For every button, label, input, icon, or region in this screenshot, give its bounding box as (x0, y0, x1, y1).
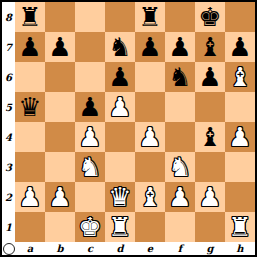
square-h2 (225, 182, 255, 212)
square-h7: ♟ (225, 32, 255, 62)
square-e1 (135, 212, 165, 242)
square-f1 (165, 212, 195, 242)
square-b5 (45, 92, 75, 122)
square-b6 (45, 62, 75, 92)
square-c3: ♞ (75, 152, 105, 182)
piece-white-pawn: ♟ (108, 92, 131, 122)
piece-black-pawn: ♟ (198, 62, 221, 92)
square-a7: ♟ (15, 32, 45, 62)
square-a5: ♛ (15, 92, 45, 122)
file-label-f: f (165, 242, 195, 255)
rank-label-5: 5 (2, 92, 15, 122)
piece-white-rook: ♜ (228, 212, 251, 242)
file-label-c: c (75, 242, 105, 255)
piece-white-pawn: ♟ (18, 182, 41, 212)
square-h5 (225, 92, 255, 122)
piece-white-king: ♚ (78, 212, 101, 242)
rank-label-1: 1 (2, 212, 15, 242)
square-b7: ♟ (45, 32, 75, 62)
piece-black-knight: ♞ (168, 62, 191, 92)
rank-label-3: 3 (2, 152, 15, 182)
piece-black-pawn: ♟ (228, 32, 251, 62)
piece-black-pawn: ♟ (48, 32, 71, 62)
square-a6 (15, 62, 45, 92)
piece-white-queen: ♛ (108, 182, 131, 212)
square-f5 (165, 92, 195, 122)
piece-white-knight: ♞ (168, 152, 191, 182)
square-b4 (45, 122, 75, 152)
square-h8 (225, 2, 255, 32)
white-to-move-circle-icon (3, 243, 15, 255)
square-d5: ♟ (105, 92, 135, 122)
square-d3 (105, 152, 135, 182)
square-b2: ♟ (45, 182, 75, 212)
piece-white-bishop: ♝ (138, 182, 161, 212)
file-label-h: h (225, 242, 255, 255)
square-g5 (195, 92, 225, 122)
piece-black-queen: ♛ (18, 92, 41, 122)
side-to-move-indicator (2, 242, 15, 255)
rank-label-7: 7 (2, 32, 15, 62)
square-e4: ♟ (135, 122, 165, 152)
square-e6 (135, 62, 165, 92)
square-g3 (195, 152, 225, 182)
square-b1 (45, 212, 75, 242)
square-e3 (135, 152, 165, 182)
piece-black-rook: ♜ (138, 2, 161, 32)
square-e8: ♜ (135, 2, 165, 32)
square-a1 (15, 212, 45, 242)
square-d8 (105, 2, 135, 32)
rank-label-8: 8 (2, 2, 15, 32)
rank-label-4: 4 (2, 122, 15, 152)
piece-white-pawn: ♟ (138, 122, 161, 152)
square-g6: ♟ (195, 62, 225, 92)
square-a2: ♟ (15, 182, 45, 212)
piece-white-pawn: ♟ (228, 122, 251, 152)
square-d1: ♜ (105, 212, 135, 242)
file-label-b: b (45, 242, 75, 255)
piece-black-rook: ♜ (18, 2, 41, 32)
piece-black-bishop: ♝ (198, 32, 221, 62)
piece-white-bishop: ♝ (228, 62, 251, 92)
square-g1 (195, 212, 225, 242)
square-h1: ♜ (225, 212, 255, 242)
piece-white-pawn: ♟ (198, 182, 221, 212)
piece-black-pawn: ♟ (168, 32, 191, 62)
square-a3 (15, 152, 45, 182)
square-c1: ♚ (75, 212, 105, 242)
square-d2: ♛ (105, 182, 135, 212)
square-g2: ♟ (195, 182, 225, 212)
square-c2 (75, 182, 105, 212)
square-h3 (225, 152, 255, 182)
piece-black-pawn: ♟ (78, 92, 101, 122)
square-b3 (45, 152, 75, 182)
file-label-g: g (195, 242, 225, 255)
square-e5 (135, 92, 165, 122)
rank-label-6: 6 (2, 62, 15, 92)
rank-label-2: 2 (2, 182, 15, 212)
piece-black-bishop: ♝ (198, 122, 221, 152)
square-c5: ♟ (75, 92, 105, 122)
piece-black-knight: ♞ (108, 32, 131, 62)
square-f3: ♞ (165, 152, 195, 182)
piece-white-pawn: ♟ (78, 122, 101, 152)
square-c7 (75, 32, 105, 62)
square-h4: ♟ (225, 122, 255, 152)
piece-white-pawn: ♟ (48, 182, 71, 212)
square-f6: ♞ (165, 62, 195, 92)
square-c6 (75, 62, 105, 92)
file-label-a: a (15, 242, 45, 255)
square-d4 (105, 122, 135, 152)
square-d6: ♟ (105, 62, 135, 92)
piece-black-pawn: ♟ (138, 32, 161, 62)
square-g8: ♚ (195, 2, 225, 32)
square-e7: ♟ (135, 32, 165, 62)
square-e2: ♝ (135, 182, 165, 212)
file-label-d: d (105, 242, 135, 255)
square-b8 (45, 2, 75, 32)
piece-black-pawn: ♟ (18, 32, 41, 62)
square-c8 (75, 2, 105, 32)
square-c4: ♟ (75, 122, 105, 152)
square-d7: ♞ (105, 32, 135, 62)
square-h6: ♝ (225, 62, 255, 92)
square-a8: ♜ (15, 2, 45, 32)
square-f7: ♟ (165, 32, 195, 62)
piece-white-rook: ♜ (108, 212, 131, 242)
square-f8 (165, 2, 195, 32)
piece-white-knight: ♞ (78, 152, 101, 182)
chess-diagram: 8♜♜♚7♟♟♞♟♟♝♟6♟♞♟♝5♛♟♟4♟♟♝♟3♞♞2♟♟♛♝♟♟1♚♜♜… (0, 0, 257, 257)
piece-white-pawn: ♟ (168, 182, 191, 212)
square-g7: ♝ (195, 32, 225, 62)
square-f2: ♟ (165, 182, 195, 212)
square-a4 (15, 122, 45, 152)
square-g4: ♝ (195, 122, 225, 152)
piece-black-king: ♚ (198, 2, 221, 32)
file-label-e: e (135, 242, 165, 255)
square-f4 (165, 122, 195, 152)
piece-black-pawn: ♟ (108, 62, 131, 92)
